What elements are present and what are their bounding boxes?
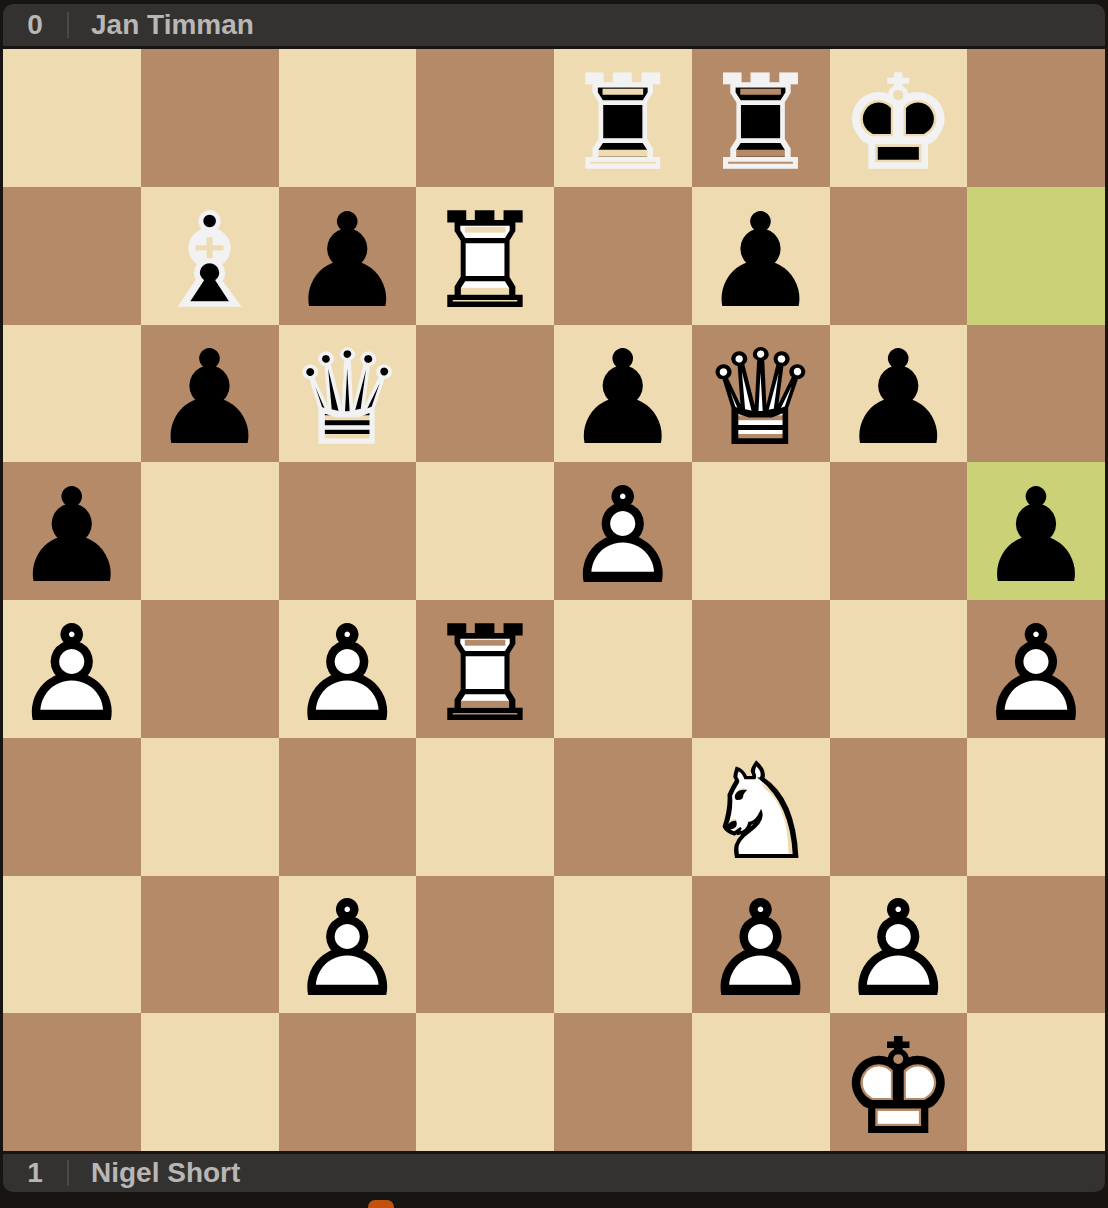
square-h5[interactable]: ♟	[967, 462, 1105, 600]
white-pawn-piece[interactable]: ♟♙	[967, 600, 1105, 738]
square-h2[interactable]	[967, 876, 1105, 1014]
square-h6[interactable]	[967, 325, 1105, 463]
square-c7[interactable]: ♟	[279, 187, 417, 325]
square-d5[interactable]	[416, 462, 554, 600]
white-pawn-piece[interactable]: ♟♙	[692, 876, 830, 1014]
white-rook-piece[interactable]: ♜♖	[416, 600, 554, 738]
square-e7[interactable]	[554, 187, 692, 325]
black-rook-piece[interactable]: ♜♖	[554, 49, 692, 187]
black-pawn-piece[interactable]: ♟	[554, 325, 692, 463]
player-score-bottom: 1	[3, 1157, 67, 1189]
square-b8[interactable]	[141, 49, 279, 187]
white-knight-piece[interactable]: ♞♘	[692, 738, 830, 876]
square-f6[interactable]: ♛♕	[692, 325, 830, 463]
square-a7[interactable]	[3, 187, 141, 325]
square-f1[interactable]	[692, 1013, 830, 1151]
square-h8[interactable]	[967, 49, 1105, 187]
square-e6[interactable]: ♟	[554, 325, 692, 463]
square-g6[interactable]: ♟	[830, 325, 968, 463]
white-pawn-piece[interactable]: ♟♙	[830, 876, 968, 1014]
square-d3[interactable]	[416, 738, 554, 876]
square-a3[interactable]	[3, 738, 141, 876]
square-e3[interactable]	[554, 738, 692, 876]
square-b1[interactable]	[141, 1013, 279, 1151]
square-d6[interactable]	[416, 325, 554, 463]
square-f4[interactable]	[692, 600, 830, 738]
white-pawn-piece[interactable]: ♟♙	[3, 600, 141, 738]
player-name-bottom: Nigel Short	[91, 1157, 240, 1189]
square-b2[interactable]	[141, 876, 279, 1014]
square-f5[interactable]	[692, 462, 830, 600]
square-e4[interactable]	[554, 600, 692, 738]
square-g4[interactable]	[830, 600, 968, 738]
square-g8[interactable]: ♚♔	[830, 49, 968, 187]
white-rook-piece[interactable]: ♜♖	[416, 187, 554, 325]
black-pawn-piece[interactable]: ♟	[141, 325, 279, 463]
square-a6[interactable]	[3, 325, 141, 463]
square-d4[interactable]: ♜♖	[416, 600, 554, 738]
square-b7[interactable]: ♝♗	[141, 187, 279, 325]
square-e1[interactable]	[554, 1013, 692, 1151]
square-d7[interactable]: ♜♖	[416, 187, 554, 325]
square-g7[interactable]	[830, 187, 968, 325]
black-queen-piece[interactable]: ♛♕	[279, 325, 417, 463]
square-d2[interactable]	[416, 876, 554, 1014]
black-pawn-piece[interactable]: ♟	[692, 187, 830, 325]
square-a4[interactable]: ♟♙	[3, 600, 141, 738]
square-g2[interactable]: ♟♙	[830, 876, 968, 1014]
square-b6[interactable]: ♟	[141, 325, 279, 463]
square-c1[interactable]	[279, 1013, 417, 1151]
player-bar-top: 0 Jan Timman	[3, 4, 1105, 46]
black-bishop-piece[interactable]: ♝♗	[141, 187, 279, 325]
square-a1[interactable]	[3, 1013, 141, 1151]
black-pawn-piece[interactable]: ♟	[830, 325, 968, 463]
square-f3[interactable]: ♞♘	[692, 738, 830, 876]
white-king-piece[interactable]: ♚♔	[830, 1013, 968, 1151]
square-c5[interactable]	[279, 462, 417, 600]
square-a8[interactable]	[3, 49, 141, 187]
square-h4[interactable]: ♟♙	[967, 600, 1105, 738]
separator-divider	[67, 1160, 69, 1186]
square-d8[interactable]	[416, 49, 554, 187]
square-h1[interactable]	[967, 1013, 1105, 1151]
white-pawn-piece[interactable]: ♟♙	[554, 462, 692, 600]
black-pawn-piece[interactable]: ♟	[279, 187, 417, 325]
square-g5[interactable]	[830, 462, 968, 600]
white-pawn-piece[interactable]: ♟♙	[279, 876, 417, 1014]
white-pawn-piece[interactable]: ♟♙	[279, 600, 417, 738]
square-f8[interactable]: ♜♖	[692, 49, 830, 187]
square-f2[interactable]: ♟♙	[692, 876, 830, 1014]
square-h3[interactable]	[967, 738, 1105, 876]
player-name-top: Jan Timman	[91, 9, 254, 41]
player-score-top: 0	[3, 9, 67, 41]
black-rook-piece[interactable]: ♜♖	[692, 49, 830, 187]
square-b3[interactable]	[141, 738, 279, 876]
square-g1[interactable]: ♚♔	[830, 1013, 968, 1151]
square-h7[interactable]	[967, 187, 1105, 325]
square-a2[interactable]	[3, 876, 141, 1014]
black-pawn-piece[interactable]: ♟	[3, 462, 141, 600]
player-bar-bottom: 1 Nigel Short	[3, 1154, 1105, 1192]
square-e2[interactable]	[554, 876, 692, 1014]
square-e8[interactable]: ♜♖	[554, 49, 692, 187]
square-c2[interactable]: ♟♙	[279, 876, 417, 1014]
square-g3[interactable]	[830, 738, 968, 876]
separator-divider	[67, 12, 69, 38]
square-b4[interactable]	[141, 600, 279, 738]
square-f7[interactable]: ♟	[692, 187, 830, 325]
square-c6[interactable]: ♛♕	[279, 325, 417, 463]
square-c4[interactable]: ♟♙	[279, 600, 417, 738]
chess-board[interactable]: ♜♖♜♖♚♔♝♗♟♜♖♟♟♛♕♟♛♕♟♟♟♙♟♟♙♟♙♜♖♟♙♞♘♟♙♟♙♟♙♚…	[3, 49, 1105, 1151]
white-queen-piece[interactable]: ♛♕	[692, 325, 830, 463]
square-b5[interactable]	[141, 462, 279, 600]
square-c3[interactable]	[279, 738, 417, 876]
bottom-action-button[interactable]	[368, 1200, 394, 1208]
square-a5[interactable]: ♟	[3, 462, 141, 600]
black-pawn-piece[interactable]: ♟	[967, 462, 1105, 600]
square-c8[interactable]	[279, 49, 417, 187]
square-d1[interactable]	[416, 1013, 554, 1151]
square-e5[interactable]: ♟♙	[554, 462, 692, 600]
black-king-piece[interactable]: ♚♔	[830, 49, 968, 187]
